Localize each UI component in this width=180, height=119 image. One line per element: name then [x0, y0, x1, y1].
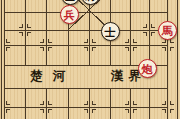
- piece-glyph-black-advisor: 士: [105, 26, 116, 37]
- piece-glyph-black-advisor-home: 士: [65, 0, 76, 1]
- piece-glyph-black-king: 將: [85, 0, 96, 1]
- piece-glyph-red-soldier: 兵: [64, 9, 75, 20]
- river-label-chu-he: 楚河: [30, 69, 75, 84]
- piece-glyph-red-cannon: 炮: [142, 64, 153, 75]
- piece-black-advisor[interactable]: 士: [101, 22, 120, 41]
- piece-red-soldier[interactable]: 兵: [60, 5, 79, 24]
- piece-red-horse[interactable]: 馬: [158, 21, 177, 40]
- piece-glyph-red-horse: 馬: [162, 25, 173, 36]
- board-grid-lines: [0, 0, 180, 119]
- xiangqi-board: 楚河 漢界 士將兵士馬炮: [0, 0, 180, 119]
- piece-red-cannon[interactable]: 炮: [138, 59, 157, 78]
